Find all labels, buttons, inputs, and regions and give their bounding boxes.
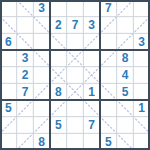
sudoku-cell-empty-r3c6[interactable] xyxy=(83,33,100,50)
sudoku-cell-empty-r9c1[interactable] xyxy=(0,133,17,150)
sudoku-cells: 372736338247815515785 xyxy=(0,0,150,150)
sudoku-cell-empty-r3c5[interactable] xyxy=(67,33,84,50)
sudoku-cell-given-r2c5[interactable]: 7 xyxy=(67,17,84,34)
sudoku-cell-given-r3c9[interactable]: 3 xyxy=(133,33,150,50)
sudoku-cell-empty-r8c3[interactable] xyxy=(33,117,50,134)
sudoku-cell-given-r7c9[interactable]: 1 xyxy=(133,100,150,117)
sudoku-cell-given-r4c2[interactable]: 3 xyxy=(17,50,34,67)
sudoku-cell-empty-r7c4[interactable] xyxy=(50,100,67,117)
sudoku-cell-empty-r9c6[interactable] xyxy=(83,133,100,150)
sudoku-cell-empty-r9c8[interactable] xyxy=(117,133,134,150)
sudoku-cell-empty-r8c1[interactable] xyxy=(0,117,17,134)
sudoku-cell-empty-r7c3[interactable] xyxy=(33,100,50,117)
sudoku-cell-empty-r7c7[interactable] xyxy=(100,100,117,117)
sudoku-cell-empty-r1c4[interactable] xyxy=(50,0,67,17)
sudoku-cell-empty-r5c1[interactable] xyxy=(0,67,17,84)
sudoku-cell-empty-r1c8[interactable] xyxy=(117,0,134,17)
sudoku-cell-empty-r2c9[interactable] xyxy=(133,17,150,34)
sudoku-cell-given-r5c2[interactable]: 2 xyxy=(17,67,34,84)
sudoku-cell-empty-r4c9[interactable] xyxy=(133,50,150,67)
sudoku-cell-empty-r9c4[interactable] xyxy=(50,133,67,150)
sudoku-cell-empty-r2c1[interactable] xyxy=(0,17,17,34)
sudoku-cell-empty-r3c8[interactable] xyxy=(117,33,134,50)
sudoku-cell-empty-r6c9[interactable] xyxy=(133,83,150,100)
sudoku-cell-empty-r3c4[interactable] xyxy=(50,33,67,50)
sudoku-cell-empty-r5c5[interactable] xyxy=(67,67,84,84)
sudoku-cell-empty-r4c4[interactable] xyxy=(50,50,67,67)
sudoku-cell-empty-r1c6[interactable] xyxy=(83,0,100,17)
sudoku-cell-given-r3c1[interactable]: 6 xyxy=(0,33,17,50)
sudoku-cell-given-r6c2[interactable]: 7 xyxy=(17,83,34,100)
sudoku-cell-given-r2c4[interactable]: 2 xyxy=(50,17,67,34)
sudoku-cell-given-r9c3[interactable]: 8 xyxy=(33,133,50,150)
sudoku-cell-empty-r2c8[interactable] xyxy=(117,17,134,34)
sudoku-cell-empty-r7c5[interactable] xyxy=(67,100,84,117)
sudoku-cell-empty-r5c3[interactable] xyxy=(33,67,50,84)
sudoku-cell-empty-r8c5[interactable] xyxy=(67,117,84,134)
sudoku-cell-empty-r1c9[interactable] xyxy=(133,0,150,17)
sudoku-cell-given-r6c8[interactable]: 5 xyxy=(117,83,134,100)
sudoku-cell-empty-r1c1[interactable] xyxy=(0,0,17,17)
sudoku-cell-given-r5c8[interactable]: 4 xyxy=(117,67,134,84)
sudoku-cell-empty-r6c1[interactable] xyxy=(0,83,17,100)
sudoku-cell-empty-r7c6[interactable] xyxy=(83,100,100,117)
sudoku-cell-empty-r3c7[interactable] xyxy=(100,33,117,50)
sudoku-cell-given-r2c6[interactable]: 3 xyxy=(83,17,100,34)
sudoku-cell-empty-r5c6[interactable] xyxy=(83,67,100,84)
sudoku-cell-empty-r7c8[interactable] xyxy=(117,100,134,117)
sudoku-cell-given-r1c7[interactable]: 7 xyxy=(100,0,117,17)
sudoku-cell-empty-r1c5[interactable] xyxy=(67,0,84,17)
sudoku-cell-empty-r7c2[interactable] xyxy=(17,100,34,117)
sudoku-cell-empty-r3c3[interactable] xyxy=(33,33,50,50)
sudoku-cell-empty-r2c3[interactable] xyxy=(33,17,50,34)
sudoku-cell-given-r6c6[interactable]: 1 xyxy=(83,83,100,100)
sudoku-cell-given-r4c8[interactable]: 8 xyxy=(117,50,134,67)
sudoku-cell-empty-r9c9[interactable] xyxy=(133,133,150,150)
sudoku-cell-empty-r4c3[interactable] xyxy=(33,50,50,67)
sudoku-cell-empty-r3c2[interactable] xyxy=(17,33,34,50)
sudoku-cell-given-r6c4[interactable]: 8 xyxy=(50,83,67,100)
sudoku-cell-empty-r5c7[interactable] xyxy=(100,67,117,84)
sudoku-cell-empty-r8c7[interactable] xyxy=(100,117,117,134)
sudoku-cell-empty-r4c7[interactable] xyxy=(100,50,117,67)
sudoku-cell-empty-r5c9[interactable] xyxy=(133,67,150,84)
sudoku-cell-empty-r6c7[interactable] xyxy=(100,83,117,100)
sudoku-cell-empty-r8c9[interactable] xyxy=(133,117,150,134)
sudoku-cell-empty-r5c4[interactable] xyxy=(50,67,67,84)
sudoku-board: 372736338247815515785 xyxy=(0,0,150,150)
sudoku-cell-empty-r1c2[interactable] xyxy=(17,0,34,17)
sudoku-cell-given-r1c3[interactable]: 3 xyxy=(33,0,50,17)
sudoku-cell-empty-r4c1[interactable] xyxy=(0,50,17,67)
sudoku-cell-empty-r9c5[interactable] xyxy=(67,133,84,150)
sudoku-cell-empty-r6c3[interactable] xyxy=(33,83,50,100)
sudoku-cell-given-r7c1[interactable]: 5 xyxy=(0,100,17,117)
sudoku-cell-empty-r8c2[interactable] xyxy=(17,117,34,134)
sudoku-cell-given-r8c6[interactable]: 7 xyxy=(83,117,100,134)
sudoku-cell-empty-r9c2[interactable] xyxy=(17,133,34,150)
sudoku-cell-empty-r4c5[interactable] xyxy=(67,50,84,67)
sudoku-cell-given-r8c4[interactable]: 5 xyxy=(50,117,67,134)
sudoku-cell-given-r9c7[interactable]: 5 xyxy=(100,133,117,150)
sudoku-cell-empty-r8c8[interactable] xyxy=(117,117,134,134)
sudoku-cell-empty-r2c7[interactable] xyxy=(100,17,117,34)
sudoku-cell-empty-r6c5[interactable] xyxy=(67,83,84,100)
sudoku-cell-empty-r4c6[interactable] xyxy=(83,50,100,67)
sudoku-cell-empty-r2c2[interactable] xyxy=(17,17,34,34)
